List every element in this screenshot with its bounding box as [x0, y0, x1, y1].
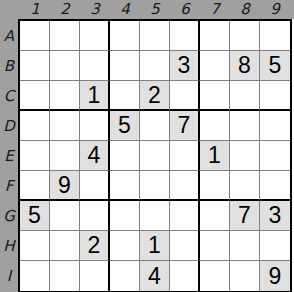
cell-D5[interactable] [140, 111, 170, 141]
cell-A6[interactable] [170, 21, 200, 51]
cell-B7[interactable] [200, 51, 230, 81]
column-labels: 123456789 [20, 0, 290, 19]
cell-C6[interactable] [170, 81, 200, 111]
col-label-2: 2 [50, 0, 80, 19]
row-label-F: F [0, 171, 18, 201]
cell-C5[interactable]: 2 [140, 81, 170, 111]
cell-B4[interactable] [110, 51, 140, 81]
cell-I1[interactable] [20, 261, 50, 291]
cell-D2[interactable] [50, 111, 80, 141]
cell-F4[interactable] [110, 171, 140, 201]
cell-D4[interactable]: 5 [110, 111, 140, 141]
cell-I8[interactable] [230, 261, 260, 291]
cell-E9[interactable] [260, 141, 290, 171]
cell-G4[interactable] [110, 201, 140, 231]
cell-E4[interactable] [110, 141, 140, 171]
cell-D9[interactable] [260, 111, 290, 141]
cell-E3[interactable]: 4 [80, 141, 110, 171]
cell-C8[interactable] [230, 81, 260, 111]
cell-F1[interactable] [20, 171, 50, 201]
cell-F7[interactable] [200, 171, 230, 201]
row-label-G: G [0, 201, 18, 231]
cell-I2[interactable] [50, 261, 80, 291]
cell-G1[interactable]: 5 [20, 201, 50, 231]
cell-H1[interactable] [20, 231, 50, 261]
cell-D6[interactable]: 7 [170, 111, 200, 141]
cell-B2[interactable] [50, 51, 80, 81]
cell-A9[interactable] [260, 21, 290, 51]
cell-E8[interactable] [230, 141, 260, 171]
cell-A1[interactable] [20, 21, 50, 51]
cell-G5[interactable] [140, 201, 170, 231]
cell-C3[interactable]: 1 [80, 81, 110, 111]
cell-H5[interactable]: 1 [140, 231, 170, 261]
cell-C1[interactable] [20, 81, 50, 111]
cell-B3[interactable] [80, 51, 110, 81]
cell-D8[interactable] [230, 111, 260, 141]
cell-G6[interactable] [170, 201, 200, 231]
cell-H3[interactable]: 2 [80, 231, 110, 261]
col-label-1: 1 [20, 0, 50, 19]
cell-H9[interactable] [260, 231, 290, 261]
cell-H2[interactable] [50, 231, 80, 261]
cell-F2[interactable]: 9 [50, 171, 80, 201]
cell-E2[interactable] [50, 141, 80, 171]
cell-A5[interactable] [140, 21, 170, 51]
row-label-A: A [0, 21, 18, 51]
col-label-5: 5 [140, 0, 170, 19]
row-labels: ABCDEFGHI [0, 21, 18, 291]
row-label-E: E [0, 141, 18, 171]
sudoku-app: 123456789 ABCDEFGHI 38512574195732149 [0, 0, 294, 292]
cell-G8[interactable]: 7 [230, 201, 260, 231]
cell-H4[interactable] [110, 231, 140, 261]
cell-D3[interactable] [80, 111, 110, 141]
cell-G3[interactable] [80, 201, 110, 231]
row-label-C: C [0, 81, 18, 111]
col-label-4: 4 [110, 0, 140, 19]
row-label-D: D [0, 111, 18, 141]
cell-G9[interactable]: 3 [260, 201, 290, 231]
cell-B9[interactable]: 5 [260, 51, 290, 81]
row-label-H: H [0, 231, 18, 261]
sudoku-board: 38512574195732149 [18, 19, 292, 292]
cell-C9[interactable] [260, 81, 290, 111]
cell-I9[interactable]: 9 [260, 261, 290, 291]
cell-H7[interactable] [200, 231, 230, 261]
cell-E6[interactable] [170, 141, 200, 171]
cell-A2[interactable] [50, 21, 80, 51]
cell-B8[interactable]: 8 [230, 51, 260, 81]
cell-C7[interactable] [200, 81, 230, 111]
cell-C4[interactable] [110, 81, 140, 111]
cell-E7[interactable]: 1 [200, 141, 230, 171]
cell-B6[interactable]: 3 [170, 51, 200, 81]
cell-D7[interactable] [200, 111, 230, 141]
cell-H6[interactable] [170, 231, 200, 261]
cell-F9[interactable] [260, 171, 290, 201]
cell-I6[interactable] [170, 261, 200, 291]
cell-A3[interactable] [80, 21, 110, 51]
cell-F3[interactable] [80, 171, 110, 201]
cell-G2[interactable] [50, 201, 80, 231]
cell-E5[interactable] [140, 141, 170, 171]
col-label-8: 8 [230, 0, 260, 19]
cell-E1[interactable] [20, 141, 50, 171]
col-label-6: 6 [170, 0, 200, 19]
cell-B5[interactable] [140, 51, 170, 81]
col-label-7: 7 [200, 0, 230, 19]
row-label-B: B [0, 51, 18, 81]
cell-B1[interactable] [20, 51, 50, 81]
cell-A4[interactable] [110, 21, 140, 51]
cell-A8[interactable] [230, 21, 260, 51]
cell-I7[interactable] [200, 261, 230, 291]
cell-F5[interactable] [140, 171, 170, 201]
cell-D1[interactable] [20, 111, 50, 141]
cell-I5[interactable]: 4 [140, 261, 170, 291]
cell-A7[interactable] [200, 21, 230, 51]
cell-H8[interactable] [230, 231, 260, 261]
col-label-3: 3 [80, 0, 110, 19]
cell-I4[interactable] [110, 261, 140, 291]
col-label-9: 9 [260, 0, 290, 19]
cell-F8[interactable] [230, 171, 260, 201]
cell-C2[interactable] [50, 81, 80, 111]
row-label-I: I [0, 261, 18, 291]
cell-I3[interactable] [80, 261, 110, 291]
cell-G7[interactable] [200, 201, 230, 231]
cell-F6[interactable] [170, 171, 200, 201]
